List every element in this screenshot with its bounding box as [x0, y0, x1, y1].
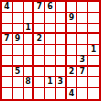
cell-r7c6-empty[interactable]	[56, 67, 67, 78]
cell-r1c6-empty[interactable]	[56, 2, 67, 13]
cell-r3c3-given: 1	[24, 24, 35, 35]
cell-r8c8-empty[interactable]	[77, 77, 88, 88]
cell-r3c1-empty[interactable]	[2, 24, 13, 35]
cell-r5c4-empty[interactable]	[34, 45, 45, 56]
cell-r2c5-empty[interactable]	[45, 13, 56, 24]
cell-r5c6-empty[interactable]	[56, 45, 67, 56]
cell-r2c6-empty[interactable]	[56, 13, 67, 24]
cell-r1c7-empty[interactable]	[67, 2, 78, 13]
cell-r8c3-given: 8	[24, 77, 35, 88]
cell-r9c6-empty[interactable]	[56, 88, 67, 99]
cell-r5c2-empty[interactable]	[13, 45, 24, 56]
cell-r8c4-empty[interactable]	[34, 77, 45, 88]
cell-r4c9-empty[interactable]	[88, 34, 99, 45]
cell-r8c6-given: 3	[56, 77, 67, 88]
cell-r1c4-given: 7	[34, 2, 45, 13]
cell-r3c8-empty[interactable]	[77, 24, 88, 35]
cell-r4c2-given: 9	[13, 34, 24, 45]
cell-r6c3-empty[interactable]	[24, 56, 35, 67]
cell-r6c5-empty[interactable]	[45, 56, 56, 67]
cell-r2c3-empty[interactable]	[24, 13, 35, 24]
cell-r4c4-given: 2	[34, 34, 45, 45]
cell-r8c7-empty[interactable]	[67, 77, 78, 88]
cell-r9c4-empty[interactable]	[34, 88, 45, 99]
cell-r8c9-empty[interactable]	[88, 77, 99, 88]
cell-r1c3-empty[interactable]	[24, 2, 35, 13]
cell-r1c1-given: 4	[2, 2, 13, 13]
cell-r2c1-empty[interactable]	[2, 13, 13, 24]
cell-r4c6-empty[interactable]	[56, 34, 67, 45]
cell-r9c3-empty[interactable]	[24, 88, 35, 99]
cell-r7c1-empty[interactable]	[2, 67, 13, 78]
cell-r1c5-given: 6	[45, 2, 56, 13]
cell-r9c9-empty[interactable]	[88, 88, 99, 99]
cell-r8c5-given: 1	[45, 77, 56, 88]
cell-r8c1-empty[interactable]	[2, 77, 13, 88]
cell-r2c7-given: 9	[67, 13, 78, 24]
cell-r6c6-empty[interactable]	[56, 56, 67, 67]
sudoku-board: 47691792135278134	[0, 0, 101, 101]
cell-r3c4-empty[interactable]	[34, 24, 45, 35]
cell-r6c8-given: 3	[77, 56, 88, 67]
cell-r9c1-empty[interactable]	[2, 88, 13, 99]
cell-r2c2-empty[interactable]	[13, 13, 24, 24]
cell-r6c4-empty[interactable]	[34, 56, 45, 67]
cell-r4c5-empty[interactable]	[45, 34, 56, 45]
cell-r1c9-empty[interactable]	[88, 2, 99, 13]
cell-r3c5-empty[interactable]	[45, 24, 56, 35]
cell-r4c3-empty[interactable]	[24, 34, 35, 45]
cell-r6c1-empty[interactable]	[2, 56, 13, 67]
cell-r5c9-given: 1	[88, 45, 99, 56]
cell-r3c7-empty[interactable]	[67, 24, 78, 35]
cell-r9c2-empty[interactable]	[13, 88, 24, 99]
cell-r7c9-empty[interactable]	[88, 67, 99, 78]
cell-r7c5-empty[interactable]	[45, 67, 56, 78]
cell-r6c9-empty[interactable]	[88, 56, 99, 67]
cell-r1c8-empty[interactable]	[77, 2, 88, 13]
cell-r5c3-empty[interactable]	[24, 45, 35, 56]
cell-r5c8-empty[interactable]	[77, 45, 88, 56]
cell-r1c2-empty[interactable]	[13, 2, 24, 13]
cell-r5c5-empty[interactable]	[45, 45, 56, 56]
cell-r2c4-empty[interactable]	[34, 13, 45, 24]
cell-r9c7-given: 4	[67, 88, 78, 99]
cell-r7c4-empty[interactable]	[34, 67, 45, 78]
cell-r3c2-empty[interactable]	[13, 24, 24, 35]
cell-r8c2-empty[interactable]	[13, 77, 24, 88]
cell-r3c6-empty[interactable]	[56, 24, 67, 35]
cell-r5c7-empty[interactable]	[67, 45, 78, 56]
cell-r4c8-empty[interactable]	[77, 34, 88, 45]
cell-r3c9-empty[interactable]	[88, 24, 99, 35]
cell-r6c2-empty[interactable]	[13, 56, 24, 67]
cell-r7c7-given: 2	[67, 67, 78, 78]
cell-r4c1-given: 7	[2, 34, 13, 45]
cell-r9c5-empty[interactable]	[45, 88, 56, 99]
cell-r2c9-empty[interactable]	[88, 13, 99, 24]
cell-r6c7-empty[interactable]	[67, 56, 78, 67]
cell-r7c2-given: 5	[13, 67, 24, 78]
cell-r7c3-empty[interactable]	[24, 67, 35, 78]
cell-r5c1-empty[interactable]	[2, 45, 13, 56]
cell-r2c8-empty[interactable]	[77, 13, 88, 24]
cell-r9c8-empty[interactable]	[77, 88, 88, 99]
cell-r4c7-empty[interactable]	[67, 34, 78, 45]
cell-r7c8-given: 7	[77, 67, 88, 78]
